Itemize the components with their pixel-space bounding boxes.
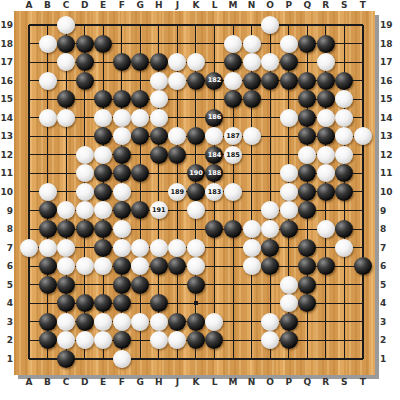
board-cell-H4[interactable] bbox=[150, 294, 169, 313]
board-cell-D3[interactable] bbox=[75, 313, 94, 332]
board-cell-S14[interactable] bbox=[335, 108, 354, 127]
board-cell-G17[interactable] bbox=[131, 53, 150, 72]
board-cell-A15[interactable] bbox=[20, 90, 39, 109]
board-cell-A10[interactable] bbox=[20, 183, 39, 202]
board-cell-O6[interactable] bbox=[261, 257, 280, 276]
board-cell-L18[interactable] bbox=[205, 34, 224, 53]
board-cell-P3[interactable] bbox=[279, 313, 298, 332]
board-cell-F16[interactable] bbox=[112, 71, 131, 90]
board-cell-H11[interactable] bbox=[150, 164, 169, 183]
board-cell-T7[interactable] bbox=[354, 238, 373, 257]
board-cell-T5[interactable] bbox=[354, 275, 373, 294]
board-cell-A2[interactable] bbox=[20, 331, 39, 350]
board-cell-G3[interactable] bbox=[131, 313, 150, 332]
board-cell-O15[interactable] bbox=[261, 90, 280, 109]
board-cell-D10[interactable] bbox=[75, 183, 94, 202]
board-cell-O11[interactable] bbox=[261, 164, 280, 183]
board-cell-K4[interactable] bbox=[187, 294, 206, 313]
board-cell-E5[interactable] bbox=[94, 275, 113, 294]
board-cell-Q13[interactable] bbox=[298, 127, 317, 146]
board-cell-L15[interactable] bbox=[205, 90, 224, 109]
board-cell-Q5[interactable] bbox=[298, 275, 317, 294]
board-cell-H15[interactable] bbox=[150, 90, 169, 109]
board-cell-P8[interactable] bbox=[279, 220, 298, 239]
board-cell-J12[interactable] bbox=[168, 146, 187, 165]
board-cell-B16[interactable] bbox=[38, 71, 57, 90]
board-cell-K18[interactable] bbox=[187, 34, 206, 53]
board-cell-Q14[interactable] bbox=[298, 108, 317, 127]
board-cell-H16[interactable] bbox=[150, 71, 169, 90]
board-cell-B7[interactable] bbox=[38, 238, 57, 257]
board-cell-F17[interactable] bbox=[112, 53, 131, 72]
board-cell-K2[interactable] bbox=[187, 331, 206, 350]
board-cell-B5[interactable] bbox=[38, 275, 57, 294]
board-cell-J4[interactable] bbox=[168, 294, 187, 313]
board-cell-N10[interactable] bbox=[242, 183, 261, 202]
board-cell-F8[interactable] bbox=[112, 220, 131, 239]
board-cell-E19[interactable] bbox=[94, 16, 113, 35]
board-cell-O7[interactable] bbox=[261, 238, 280, 257]
board-cell-S11[interactable] bbox=[335, 164, 354, 183]
board-cell-K14[interactable] bbox=[187, 108, 206, 127]
board-cell-L8[interactable] bbox=[205, 220, 224, 239]
board-cell-E11[interactable] bbox=[94, 164, 113, 183]
board-cell-M18[interactable] bbox=[224, 34, 243, 53]
board-cell-P15[interactable] bbox=[279, 90, 298, 109]
board-cell-C9[interactable] bbox=[57, 201, 76, 220]
board-cell-E14[interactable] bbox=[94, 108, 113, 127]
board-cell-D2[interactable] bbox=[75, 331, 94, 350]
board-cell-C10[interactable] bbox=[57, 183, 76, 202]
board-cell-O18[interactable] bbox=[261, 34, 280, 53]
board-cell-Q18[interactable] bbox=[298, 34, 317, 53]
board-cell-D7[interactable] bbox=[75, 238, 94, 257]
board-cell-A13[interactable] bbox=[20, 127, 39, 146]
board-cell-Q9[interactable] bbox=[298, 201, 317, 220]
board-cell-T19[interactable] bbox=[354, 16, 373, 35]
board-cell-A17[interactable] bbox=[20, 53, 39, 72]
board-cell-H9[interactable]: 191 bbox=[150, 201, 169, 220]
board-cell-K19[interactable] bbox=[187, 16, 206, 35]
board-cell-Q8[interactable] bbox=[298, 220, 317, 239]
board-cell-O1[interactable] bbox=[261, 350, 280, 369]
board-cell-K1[interactable] bbox=[187, 350, 206, 369]
board-cell-F5[interactable] bbox=[112, 275, 131, 294]
board-cell-N3[interactable] bbox=[242, 313, 261, 332]
board-cell-O10[interactable] bbox=[261, 183, 280, 202]
board-cell-K11[interactable]: 190 bbox=[187, 164, 206, 183]
board-cell-K17[interactable] bbox=[187, 53, 206, 72]
board-cell-R13[interactable] bbox=[317, 127, 336, 146]
board-cell-Q11[interactable] bbox=[298, 164, 317, 183]
board-cell-R7[interactable] bbox=[317, 238, 336, 257]
board-cell-Q6[interactable] bbox=[298, 257, 317, 276]
board-cell-F18[interactable] bbox=[112, 34, 131, 53]
board-cell-J17[interactable] bbox=[168, 53, 187, 72]
board-cell-K15[interactable] bbox=[187, 90, 206, 109]
board-cell-J1[interactable] bbox=[168, 350, 187, 369]
board-cell-A18[interactable] bbox=[20, 34, 39, 53]
board-cell-O12[interactable] bbox=[261, 146, 280, 165]
board-cell-J2[interactable] bbox=[168, 331, 187, 350]
board-cell-E6[interactable] bbox=[94, 257, 113, 276]
board-cell-D15[interactable] bbox=[75, 90, 94, 109]
board-cell-H12[interactable] bbox=[150, 146, 169, 165]
board-cell-K9[interactable] bbox=[187, 201, 206, 220]
board-cell-G8[interactable] bbox=[131, 220, 150, 239]
board-cell-B8[interactable] bbox=[38, 220, 57, 239]
board-cell-O13[interactable] bbox=[261, 127, 280, 146]
board-cell-T11[interactable] bbox=[354, 164, 373, 183]
board-cell-T8[interactable] bbox=[354, 220, 373, 239]
board-cell-T10[interactable] bbox=[354, 183, 373, 202]
board-cell-L12[interactable]: 184 bbox=[205, 146, 224, 165]
board-cell-L9[interactable] bbox=[205, 201, 224, 220]
board-cell-B14[interactable] bbox=[38, 108, 57, 127]
board-cell-Q1[interactable] bbox=[298, 350, 317, 369]
board-cell-D16[interactable] bbox=[75, 71, 94, 90]
board-cell-L3[interactable] bbox=[205, 313, 224, 332]
board-cell-M4[interactable] bbox=[224, 294, 243, 313]
board-cell-J5[interactable] bbox=[168, 275, 187, 294]
board-cell-Q17[interactable] bbox=[298, 53, 317, 72]
board-cell-B4[interactable] bbox=[38, 294, 57, 313]
board-cell-N2[interactable] bbox=[242, 331, 261, 350]
board-cell-C2[interactable] bbox=[57, 331, 76, 350]
board-cell-S4[interactable] bbox=[335, 294, 354, 313]
board-cell-M13[interactable]: 187 bbox=[224, 127, 243, 146]
board-cell-A3[interactable] bbox=[20, 313, 39, 332]
board-cell-C14[interactable] bbox=[57, 108, 76, 127]
board-cell-P13[interactable] bbox=[279, 127, 298, 146]
board-cell-F6[interactable] bbox=[112, 257, 131, 276]
board-cell-O5[interactable] bbox=[261, 275, 280, 294]
board-cell-M3[interactable] bbox=[224, 313, 243, 332]
board-cell-F4[interactable] bbox=[112, 294, 131, 313]
board-cell-S8[interactable] bbox=[335, 220, 354, 239]
board-cell-N9[interactable] bbox=[242, 201, 261, 220]
board-cell-N4[interactable] bbox=[242, 294, 261, 313]
board-cell-J19[interactable] bbox=[168, 16, 187, 35]
board-cell-S18[interactable] bbox=[335, 34, 354, 53]
board-cell-J9[interactable] bbox=[168, 201, 187, 220]
board-cell-A19[interactable] bbox=[20, 16, 39, 35]
board-cell-O19[interactable] bbox=[261, 16, 280, 35]
board-cell-D19[interactable] bbox=[75, 16, 94, 35]
board-cell-Q16[interactable] bbox=[298, 71, 317, 90]
board-cell-B1[interactable] bbox=[38, 350, 57, 369]
board-cell-S19[interactable] bbox=[335, 16, 354, 35]
board-cell-P5[interactable] bbox=[279, 275, 298, 294]
board-cell-S12[interactable] bbox=[335, 146, 354, 165]
board-cell-C16[interactable] bbox=[57, 71, 76, 90]
board-cell-M14[interactable] bbox=[224, 108, 243, 127]
board-cell-R14[interactable] bbox=[317, 108, 336, 127]
board-cell-H19[interactable] bbox=[150, 16, 169, 35]
board-cell-S9[interactable] bbox=[335, 201, 354, 220]
board-cell-C4[interactable] bbox=[57, 294, 76, 313]
board-cell-T13[interactable] bbox=[354, 127, 373, 146]
board-cell-P9[interactable] bbox=[279, 201, 298, 220]
board-cell-K6[interactable] bbox=[187, 257, 206, 276]
board-cell-G13[interactable] bbox=[131, 127, 150, 146]
board-cell-N7[interactable] bbox=[242, 238, 261, 257]
board-cell-N13[interactable] bbox=[242, 127, 261, 146]
board-cell-G7[interactable] bbox=[131, 238, 150, 257]
board-cell-J14[interactable] bbox=[168, 108, 187, 127]
board-cell-M6[interactable] bbox=[224, 257, 243, 276]
board-cell-S5[interactable] bbox=[335, 275, 354, 294]
board-cell-B19[interactable] bbox=[38, 16, 57, 35]
board-cell-C18[interactable] bbox=[57, 34, 76, 53]
board-cell-K16[interactable] bbox=[187, 71, 206, 90]
board-cell-M9[interactable] bbox=[224, 201, 243, 220]
board-cell-L16[interactable]: 182 bbox=[205, 71, 224, 90]
board-cell-G6[interactable] bbox=[131, 257, 150, 276]
board-cell-D18[interactable] bbox=[75, 34, 94, 53]
board-cell-D4[interactable] bbox=[75, 294, 94, 313]
board-cell-S10[interactable] bbox=[335, 183, 354, 202]
board-cell-T9[interactable] bbox=[354, 201, 373, 220]
board-cell-H10[interactable] bbox=[150, 183, 169, 202]
board-cell-F10[interactable] bbox=[112, 183, 131, 202]
board-cell-P4[interactable] bbox=[279, 294, 298, 313]
board-cell-J13[interactable] bbox=[168, 127, 187, 146]
board-cell-S2[interactable] bbox=[335, 331, 354, 350]
board-cell-G16[interactable] bbox=[131, 71, 150, 90]
board-cell-E10[interactable] bbox=[94, 183, 113, 202]
board-cell-Q7[interactable] bbox=[298, 238, 317, 257]
board-cell-P18[interactable] bbox=[279, 34, 298, 53]
board-cell-K3[interactable] bbox=[187, 313, 206, 332]
board-cell-D13[interactable] bbox=[75, 127, 94, 146]
board-cell-B12[interactable] bbox=[38, 146, 57, 165]
board-cell-T6[interactable] bbox=[354, 257, 373, 276]
board-cell-F15[interactable] bbox=[112, 90, 131, 109]
board-cell-J6[interactable] bbox=[168, 257, 187, 276]
board-cell-O9[interactable] bbox=[261, 201, 280, 220]
board-cell-L13[interactable] bbox=[205, 127, 224, 146]
board-cell-Q2[interactable] bbox=[298, 331, 317, 350]
board-cell-G10[interactable] bbox=[131, 183, 150, 202]
board-cell-M10[interactable] bbox=[224, 183, 243, 202]
board-cell-A5[interactable] bbox=[20, 275, 39, 294]
board-cell-M19[interactable] bbox=[224, 16, 243, 35]
board-cell-C17[interactable] bbox=[57, 53, 76, 72]
board-cell-F12[interactable] bbox=[112, 146, 131, 165]
board-cell-D6[interactable] bbox=[75, 257, 94, 276]
board-cell-S6[interactable] bbox=[335, 257, 354, 276]
board-cell-J8[interactable] bbox=[168, 220, 187, 239]
board-cell-R5[interactable] bbox=[317, 275, 336, 294]
board-cell-T15[interactable] bbox=[354, 90, 373, 109]
board-cell-O16[interactable] bbox=[261, 71, 280, 90]
board-cell-E17[interactable] bbox=[94, 53, 113, 72]
board-cell-N17[interactable] bbox=[242, 53, 261, 72]
board-cell-R4[interactable] bbox=[317, 294, 336, 313]
board-cell-E7[interactable] bbox=[94, 238, 113, 257]
board-cell-F19[interactable] bbox=[112, 16, 131, 35]
board-cell-C15[interactable] bbox=[57, 90, 76, 109]
board-cell-E4[interactable] bbox=[94, 294, 113, 313]
board-cell-M11[interactable] bbox=[224, 164, 243, 183]
board-cell-A7[interactable] bbox=[20, 238, 39, 257]
board-cell-C6[interactable] bbox=[57, 257, 76, 276]
board-cell-C3[interactable] bbox=[57, 313, 76, 332]
board-cell-P19[interactable] bbox=[279, 16, 298, 35]
board-cell-A9[interactable] bbox=[20, 201, 39, 220]
board-cell-P14[interactable] bbox=[279, 108, 298, 127]
board-cell-H8[interactable] bbox=[150, 220, 169, 239]
board-cell-A11[interactable] bbox=[20, 164, 39, 183]
board-cell-P11[interactable] bbox=[279, 164, 298, 183]
board-cell-G12[interactable] bbox=[131, 146, 150, 165]
board-cell-N12[interactable] bbox=[242, 146, 261, 165]
board-cell-D9[interactable] bbox=[75, 201, 94, 220]
board-cell-B10[interactable] bbox=[38, 183, 57, 202]
board-cell-M17[interactable] bbox=[224, 53, 243, 72]
board-cell-D8[interactable] bbox=[75, 220, 94, 239]
board-cell-H13[interactable] bbox=[150, 127, 169, 146]
board-cell-M16[interactable] bbox=[224, 71, 243, 90]
board-cell-B11[interactable] bbox=[38, 164, 57, 183]
board-cell-N1[interactable] bbox=[242, 350, 261, 369]
board-cell-L19[interactable] bbox=[205, 16, 224, 35]
board-cell-B18[interactable] bbox=[38, 34, 57, 53]
board-cell-G15[interactable] bbox=[131, 90, 150, 109]
board-cell-T12[interactable] bbox=[354, 146, 373, 165]
board-cell-T4[interactable] bbox=[354, 294, 373, 313]
board-cell-R2[interactable] bbox=[317, 331, 336, 350]
board-cell-P1[interactable] bbox=[279, 350, 298, 369]
board-cell-A16[interactable] bbox=[20, 71, 39, 90]
board-cell-R11[interactable] bbox=[317, 164, 336, 183]
board-cell-R18[interactable] bbox=[317, 34, 336, 53]
board-cell-N8[interactable] bbox=[242, 220, 261, 239]
board-cell-H3[interactable] bbox=[150, 313, 169, 332]
board-cell-S1[interactable] bbox=[335, 350, 354, 369]
go-board[interactable]: 182186187184185190188189183191 bbox=[20, 16, 373, 369]
board-cell-O14[interactable] bbox=[261, 108, 280, 127]
board-cell-N16[interactable] bbox=[242, 71, 261, 90]
board-cell-B17[interactable] bbox=[38, 53, 57, 72]
board-cell-O17[interactable] bbox=[261, 53, 280, 72]
board-cell-A14[interactable] bbox=[20, 108, 39, 127]
board-cell-M8[interactable] bbox=[224, 220, 243, 239]
board-cell-K8[interactable] bbox=[187, 220, 206, 239]
board-cell-O2[interactable] bbox=[261, 331, 280, 350]
board-cell-E15[interactable] bbox=[94, 90, 113, 109]
board-cell-F1[interactable] bbox=[112, 350, 131, 369]
board-cell-S13[interactable] bbox=[335, 127, 354, 146]
board-cell-L10[interactable]: 183 bbox=[205, 183, 224, 202]
board-cell-C1[interactable] bbox=[57, 350, 76, 369]
board-cell-C12[interactable] bbox=[57, 146, 76, 165]
board-cell-A8[interactable] bbox=[20, 220, 39, 239]
board-cell-S3[interactable] bbox=[335, 313, 354, 332]
board-cell-J16[interactable] bbox=[168, 71, 187, 90]
board-cell-R3[interactable] bbox=[317, 313, 336, 332]
board-cell-E1[interactable] bbox=[94, 350, 113, 369]
board-cell-L11[interactable]: 188 bbox=[205, 164, 224, 183]
board-cell-F13[interactable] bbox=[112, 127, 131, 146]
board-cell-R16[interactable] bbox=[317, 71, 336, 90]
board-cell-E18[interactable] bbox=[94, 34, 113, 53]
board-cell-J18[interactable] bbox=[168, 34, 187, 53]
board-cell-G1[interactable] bbox=[131, 350, 150, 369]
board-cell-L2[interactable] bbox=[205, 331, 224, 350]
board-cell-E16[interactable] bbox=[94, 71, 113, 90]
board-cell-H7[interactable] bbox=[150, 238, 169, 257]
board-cell-M2[interactable] bbox=[224, 331, 243, 350]
board-cell-Q10[interactable] bbox=[298, 183, 317, 202]
board-cell-M7[interactable] bbox=[224, 238, 243, 257]
board-cell-N15[interactable] bbox=[242, 90, 261, 109]
board-cell-G4[interactable] bbox=[131, 294, 150, 313]
board-cell-N6[interactable] bbox=[242, 257, 261, 276]
board-cell-Q12[interactable] bbox=[298, 146, 317, 165]
board-cell-P7[interactable] bbox=[279, 238, 298, 257]
board-cell-N19[interactable] bbox=[242, 16, 261, 35]
board-cell-P16[interactable] bbox=[279, 71, 298, 90]
board-cell-O3[interactable] bbox=[261, 313, 280, 332]
board-cell-J3[interactable] bbox=[168, 313, 187, 332]
board-cell-S7[interactable] bbox=[335, 238, 354, 257]
board-cell-R19[interactable] bbox=[317, 16, 336, 35]
board-cell-L1[interactable] bbox=[205, 350, 224, 369]
board-cell-P17[interactable] bbox=[279, 53, 298, 72]
board-cell-B15[interactable] bbox=[38, 90, 57, 109]
board-cell-H5[interactable] bbox=[150, 275, 169, 294]
board-cell-K13[interactable] bbox=[187, 127, 206, 146]
board-cell-E2[interactable] bbox=[94, 331, 113, 350]
board-cell-M15[interactable] bbox=[224, 90, 243, 109]
board-cell-T17[interactable] bbox=[354, 53, 373, 72]
board-cell-G2[interactable] bbox=[131, 331, 150, 350]
board-cell-H18[interactable] bbox=[150, 34, 169, 53]
board-cell-J7[interactable] bbox=[168, 238, 187, 257]
board-cell-T1[interactable] bbox=[354, 350, 373, 369]
board-cell-G19[interactable] bbox=[131, 16, 150, 35]
board-cell-F3[interactable] bbox=[112, 313, 131, 332]
board-cell-H14[interactable] bbox=[150, 108, 169, 127]
board-cell-J15[interactable] bbox=[168, 90, 187, 109]
board-cell-H17[interactable] bbox=[150, 53, 169, 72]
board-cell-E8[interactable] bbox=[94, 220, 113, 239]
board-cell-P12[interactable] bbox=[279, 146, 298, 165]
board-cell-R8[interactable] bbox=[317, 220, 336, 239]
board-cell-A4[interactable] bbox=[20, 294, 39, 313]
board-cell-B6[interactable] bbox=[38, 257, 57, 276]
board-cell-B3[interactable] bbox=[38, 313, 57, 332]
board-cell-C7[interactable] bbox=[57, 238, 76, 257]
board-cell-S17[interactable] bbox=[335, 53, 354, 72]
board-cell-T3[interactable] bbox=[354, 313, 373, 332]
board-cell-D12[interactable] bbox=[75, 146, 94, 165]
board-cell-L5[interactable] bbox=[205, 275, 224, 294]
board-cell-E3[interactable] bbox=[94, 313, 113, 332]
board-cell-S16[interactable] bbox=[335, 71, 354, 90]
board-cell-F7[interactable] bbox=[112, 238, 131, 257]
board-cell-L6[interactable] bbox=[205, 257, 224, 276]
board-cell-B9[interactable] bbox=[38, 201, 57, 220]
board-cell-B2[interactable] bbox=[38, 331, 57, 350]
board-cell-C8[interactable] bbox=[57, 220, 76, 239]
board-cell-M5[interactable] bbox=[224, 275, 243, 294]
board-cell-D11[interactable] bbox=[75, 164, 94, 183]
board-cell-J10[interactable]: 189 bbox=[168, 183, 187, 202]
board-cell-G5[interactable] bbox=[131, 275, 150, 294]
